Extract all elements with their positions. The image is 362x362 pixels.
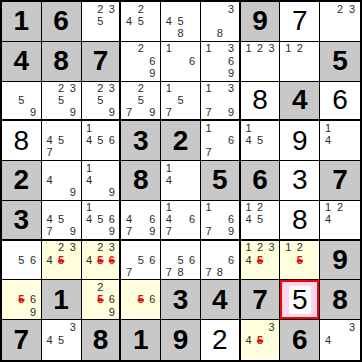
candidate-4: 4 — [123, 214, 135, 226]
candidate-4: 4 — [44, 174, 56, 186]
cell-r1c6[interactable]: 38 — [201, 2, 241, 42]
cell-r6c7[interactable]: 1245 — [241, 201, 281, 241]
candidate-9: 9 — [106, 226, 117, 238]
cell-r6c2[interactable]: 4579 — [42, 201, 82, 241]
candidate-8: 8 — [214, 266, 225, 278]
candidate-empty — [225, 28, 236, 40]
candidate-empty — [84, 306, 95, 318]
candidate-empty — [322, 147, 334, 159]
cell-r9c8[interactable]: 6 — [280, 320, 320, 360]
given-digit: 1 — [53, 286, 69, 314]
candidate-empty — [67, 147, 79, 159]
cell-r9c7[interactable]: 345 — [241, 320, 281, 360]
candidate-empty — [203, 214, 214, 226]
candidate-5: 5 — [254, 254, 266, 266]
cell-r6c5[interactable]: 1467 — [161, 201, 201, 241]
candidate-1: 1 — [243, 202, 255, 214]
candidate-1: 1 — [203, 43, 214, 55]
candidate-6: 6 — [27, 254, 39, 266]
candidate-empty — [334, 321, 346, 334]
candidate-empty — [135, 106, 147, 118]
candidate-4: 4 — [84, 214, 95, 226]
candidate-empty — [175, 67, 187, 79]
candidate-5: 5 — [16, 94, 28, 106]
candidate-empty — [334, 334, 346, 347]
candidate-empty — [254, 67, 266, 79]
cell-r2c5[interactable]: 16 — [161, 42, 201, 82]
cell-r5c9[interactable]: 7 — [320, 161, 360, 201]
candidate-2: 2 — [334, 3, 346, 15]
candidate-empty — [147, 242, 159, 254]
cell-r3c8[interactable]: 4 — [280, 82, 320, 122]
cell-r9c3[interactable]: 8 — [82, 320, 122, 360]
candidate-9: 9 — [225, 106, 236, 118]
given-digit: 8 — [93, 326, 109, 354]
candidate-empty — [123, 94, 135, 106]
pencil-marks: 38 — [201, 2, 239, 41]
pencil-marks: 1379 — [201, 82, 239, 120]
candidate-empty — [175, 106, 187, 118]
cell-r3c2[interactable]: 2359 — [42, 82, 82, 122]
candidate-empty — [27, 266, 39, 278]
cell-r8c6[interactable]: 4 — [201, 280, 241, 320]
solved-digit: 5 — [289, 286, 311, 314]
candidate-5: 5 — [95, 94, 106, 106]
pencil-marks: 245 — [121, 2, 160, 41]
candidate-empty — [84, 106, 95, 118]
cell-r4c4[interactable]: 3 — [121, 121, 161, 161]
given-digit: 5 — [212, 166, 228, 194]
cell-r4c5[interactable]: 2 — [161, 121, 201, 161]
candidate-1: 1 — [282, 242, 294, 254]
candidate-1: 1 — [282, 43, 294, 55]
cell-r7c7[interactable]: 12345 — [241, 241, 281, 281]
cell-r8c2[interactable]: 1 — [42, 280, 82, 320]
candidate-5: 5 — [95, 254, 106, 266]
candidate-5: 5 — [254, 135, 266, 147]
pencil-marks: 16 — [161, 42, 200, 81]
candidate-9: 9 — [147, 67, 159, 79]
cell-r3c5[interactable]: 157 — [161, 82, 201, 122]
candidate-5: 5 — [135, 94, 147, 106]
candidate-empty — [123, 306, 135, 318]
cell-r4c6[interactable]: 167 — [201, 121, 241, 161]
candidate-empty — [214, 226, 225, 238]
candidate-empty — [175, 55, 187, 67]
candidate-empty — [44, 266, 56, 278]
candidate-empty — [135, 281, 147, 293]
candidate-2: 2 — [254, 242, 266, 254]
candidate-empty — [55, 147, 67, 159]
candidate-empty — [67, 162, 79, 174]
candidate-empty — [175, 43, 187, 55]
candidate-empty — [203, 28, 214, 40]
candidate-6: 6 — [186, 254, 198, 266]
candidate-6: 6 — [106, 135, 117, 147]
cell-r3c4[interactable]: 2579 — [121, 82, 161, 122]
given-digit: 5 — [332, 47, 348, 75]
candidate-empty — [214, 55, 225, 67]
pencil-marks: 235 — [82, 2, 120, 41]
candidate-empty — [95, 28, 106, 40]
given-digit: 8 — [133, 166, 149, 194]
cell-r3c7[interactable]: 8 — [241, 82, 281, 122]
candidate-2: 2 — [95, 3, 106, 15]
candidate-empty — [346, 202, 358, 214]
cell-r4c9[interactable]: 14 — [320, 121, 360, 161]
candidate-empty — [123, 202, 135, 214]
candidate-2: 2 — [135, 83, 147, 95]
candidate-empty — [95, 266, 106, 278]
candidate-empty — [44, 162, 56, 174]
pencil-marks: 2569 — [82, 280, 120, 319]
cell-r6c9[interactable]: 124 — [320, 201, 360, 241]
cell-r7c2[interactable]: 2345 — [42, 241, 82, 281]
candidate-empty — [203, 55, 214, 67]
pencil-marks: 345 — [42, 320, 81, 360]
candidate-empty — [84, 281, 95, 293]
pencil-marks: 125 — [280, 241, 319, 280]
candidate-5: 5 — [135, 15, 147, 27]
candidate-4: 4 — [243, 214, 255, 226]
cell-r3c6[interactable]: 1379 — [201, 82, 241, 122]
pencil-marks: 23456 — [82, 241, 120, 280]
candidate-9: 9 — [225, 67, 236, 79]
given-digit: 8 — [53, 47, 69, 75]
cell-r2c7[interactable]: 123 — [241, 42, 281, 82]
candidate-9: 9 — [67, 106, 79, 118]
candidate-empty — [243, 226, 255, 238]
given-digit: 2 — [14, 166, 30, 194]
candidate-3: 3 — [67, 242, 79, 254]
candidate-5: 5 — [175, 254, 187, 266]
cell-r5c1[interactable]: 2 — [2, 161, 42, 201]
candidate-5: 5 — [95, 294, 106, 306]
candidate-1: 1 — [203, 83, 214, 95]
cell-r3c3[interactable]: 2359 — [82, 82, 122, 122]
cell-r3c9[interactable]: 6 — [320, 82, 360, 122]
cell-r6c3[interactable]: 14569 — [82, 201, 122, 241]
cell-r9c9[interactable]: 34 — [320, 320, 360, 360]
candidate-6: 6 — [147, 55, 159, 67]
cell-r4c1[interactable]: 8 — [2, 121, 42, 161]
candidate-empty — [106, 28, 117, 40]
candidate-4: 4 — [322, 135, 334, 147]
candidate-5: 5 — [55, 214, 67, 226]
candidate-empty — [55, 162, 67, 174]
cell-r7c8[interactable]: 125 — [280, 241, 320, 281]
candidate-empty — [186, 28, 198, 40]
candidate-empty — [16, 281, 28, 293]
candidate-empty — [186, 83, 198, 95]
candidate-4: 4 — [84, 174, 95, 186]
candidate-empty — [135, 242, 147, 254]
candidate-empty — [135, 202, 147, 214]
candidate-empty — [282, 67, 294, 79]
cell-r7c6[interactable]: 678 — [201, 241, 241, 281]
cell-r1c9[interactable]: 23 — [320, 2, 360, 42]
candidate-empty — [123, 242, 135, 254]
candidate-empty — [243, 321, 255, 334]
candidate-empty — [266, 122, 278, 134]
cell-r9c2[interactable]: 345 — [42, 320, 82, 360]
candidate-5: 5 — [254, 334, 266, 347]
pencil-marks: 23 — [320, 2, 360, 41]
cell-r1c3[interactable]: 235 — [82, 2, 122, 42]
cell-r2c3[interactable]: 7 — [82, 42, 122, 82]
candidate-empty — [147, 266, 159, 278]
solved-digit: 6 — [332, 86, 348, 114]
candidate-3: 3 — [225, 83, 236, 95]
cell-r5c7[interactable]: 6 — [241, 161, 281, 201]
candidate-5: 5 — [95, 135, 106, 147]
candidate-empty — [44, 346, 56, 359]
candidate-empty — [95, 106, 106, 118]
cell-r6c6[interactable]: 1679 — [201, 201, 241, 241]
candidate-empty — [44, 321, 56, 334]
cell-r6c1[interactable]: 3 — [2, 201, 42, 241]
cell-r7c4[interactable]: 567 — [121, 241, 161, 281]
candidate-empty — [203, 254, 214, 266]
cell-r4c8[interactable]: 9 — [280, 121, 320, 161]
cell-r5c2[interactable]: 49 — [42, 161, 82, 201]
candidate-5: 5 — [135, 294, 147, 306]
cell-r5c4[interactable]: 8 — [121, 161, 161, 201]
candidate-empty — [123, 43, 135, 55]
solved-digit: 8 — [14, 127, 30, 155]
cell-r7c1[interactable]: 56 — [2, 241, 42, 281]
candidate-empty — [55, 174, 67, 186]
candidate-empty — [106, 15, 117, 27]
candidate-2: 2 — [55, 83, 67, 95]
candidate-9: 9 — [106, 306, 117, 318]
candidate-empty — [266, 266, 278, 278]
candidate-2: 2 — [95, 281, 106, 293]
candidate-empty — [266, 135, 278, 147]
candidate-empty — [147, 202, 159, 214]
cell-r1c8[interactable]: 7 — [280, 2, 320, 42]
candidate-5: 5 — [55, 334, 67, 347]
cell-r9c1[interactable]: 7 — [2, 320, 42, 360]
pencil-marks: 123 — [241, 42, 280, 81]
candidate-empty — [4, 266, 16, 278]
cell-r9c6[interactable]: 2 — [201, 320, 241, 360]
given-digit: 4 — [292, 86, 308, 114]
candidate-empty — [16, 242, 28, 254]
cell-r5c6[interactable]: 5 — [201, 161, 241, 201]
candidate-7: 7 — [123, 226, 135, 238]
candidate-6: 6 — [106, 294, 117, 306]
candidate-empty — [186, 174, 198, 186]
pencil-marks: 12345 — [241, 241, 280, 280]
candidate-empty — [16, 83, 28, 95]
cell-r5c8[interactable]: 3 — [280, 161, 320, 201]
candidate-empty — [214, 67, 225, 79]
candidate-empty — [214, 135, 225, 147]
pencil-marks: 59 — [2, 82, 41, 120]
cell-r1c7[interactable]: 9 — [241, 2, 281, 42]
cell-r5c3[interactable]: 149 — [82, 161, 122, 201]
pencil-marks: 2345 — [42, 241, 81, 280]
candidate-empty — [95, 147, 106, 159]
candidate-3: 3 — [225, 3, 236, 15]
candidate-empty — [214, 242, 225, 254]
candidate-empty — [186, 266, 198, 278]
candidate-2: 2 — [294, 242, 306, 254]
candidate-empty — [334, 28, 346, 40]
pencil-marks: 34 — [320, 320, 360, 360]
cell-r4c2[interactable]: 457 — [42, 121, 82, 161]
candidate-1: 1 — [243, 122, 255, 134]
candidate-empty — [334, 346, 346, 359]
cell-r8c1[interactable]: 569 — [2, 280, 42, 320]
candidate-5: 5 — [254, 214, 266, 226]
candidate-empty — [175, 226, 187, 238]
candidate-empty — [282, 254, 294, 266]
cell-r2c2[interactable]: 8 — [42, 42, 82, 82]
candidate-empty — [123, 294, 135, 306]
cell-r1c5[interactable]: 458 — [161, 2, 201, 42]
candidate-empty — [175, 83, 187, 95]
given-digit: 4 — [14, 47, 30, 75]
candidate-empty — [106, 147, 117, 159]
candidate-1: 1 — [203, 202, 214, 214]
candidate-6: 6 — [106, 214, 117, 226]
candidate-9: 9 — [147, 106, 159, 118]
candidate-6: 6 — [186, 214, 198, 226]
candidate-4: 4 — [163, 214, 175, 226]
candidate-empty — [254, 122, 266, 134]
pencil-marks: 5678 — [161, 241, 200, 280]
candidate-empty — [16, 266, 28, 278]
candidate-empty — [163, 55, 175, 67]
candidate-empty — [254, 226, 266, 238]
candidate-empty — [186, 226, 198, 238]
candidate-empty — [4, 294, 16, 306]
candidate-empty — [346, 15, 358, 27]
pencil-marks: 1369 — [201, 42, 239, 81]
given-digit: 2 — [173, 127, 189, 155]
candidate-empty — [84, 28, 95, 40]
candidate-empty — [334, 226, 346, 238]
candidate-6: 6 — [106, 254, 117, 266]
cell-r8c3[interactable]: 2569 — [82, 280, 122, 320]
cell-r5c5[interactable]: 14 — [161, 161, 201, 201]
candidate-3: 3 — [106, 3, 117, 15]
candidate-empty — [106, 122, 117, 134]
cell-r9c4[interactable]: 1 — [121, 320, 161, 360]
cell-r7c3[interactable]: 23456 — [82, 241, 122, 281]
cell-r8c5[interactable]: 3 — [161, 280, 201, 320]
candidate-empty — [322, 28, 334, 40]
candidate-6: 6 — [147, 254, 159, 266]
candidate-empty — [266, 147, 278, 159]
candidate-empty — [27, 242, 39, 254]
candidate-empty — [175, 202, 187, 214]
solved-digit: 7 — [292, 7, 308, 35]
candidate-1: 1 — [84, 202, 95, 214]
candidate-empty — [55, 106, 67, 118]
candidate-empty — [243, 147, 255, 159]
candidate-4: 4 — [163, 15, 175, 27]
cell-r8c4[interactable]: 56 — [121, 280, 161, 320]
candidate-empty — [27, 94, 39, 106]
given-digit: 3 — [133, 127, 149, 155]
given-digit: 9 — [332, 246, 348, 274]
pencil-marks: 49 — [42, 161, 81, 200]
candidate-empty — [294, 67, 306, 79]
candidate-empty — [175, 3, 187, 15]
candidate-empty — [254, 266, 266, 278]
candidate-empty — [186, 67, 198, 79]
candidate-empty — [186, 94, 198, 106]
candidate-empty — [135, 28, 147, 40]
candidate-empty — [44, 83, 56, 95]
cell-r1c2[interactable]: 6 — [42, 2, 82, 42]
candidate-empty — [135, 214, 147, 226]
candidate-empty — [55, 187, 67, 199]
candidate-empty — [322, 226, 334, 238]
candidate-6: 6 — [186, 55, 198, 67]
given-digit: 3 — [173, 286, 189, 314]
candidate-empty — [84, 294, 95, 306]
candidate-7: 7 — [163, 106, 175, 118]
candidate-empty — [16, 306, 28, 318]
cell-r6c8[interactable]: 8 — [280, 201, 320, 241]
candidate-4: 4 — [84, 254, 95, 266]
cell-r4c3[interactable]: 1456 — [82, 121, 122, 161]
cell-r7c5[interactable]: 5678 — [161, 241, 201, 281]
candidate-empty — [95, 226, 106, 238]
cell-r8c8[interactable]: 5 — [280, 280, 320, 320]
cell-r1c4[interactable]: 245 — [121, 2, 161, 42]
cell-r2c9[interactable]: 5 — [320, 42, 360, 82]
cell-r2c8[interactable]: 12 — [280, 42, 320, 82]
cell-r9c5[interactable]: 9 — [161, 320, 201, 360]
cell-r3c1[interactable]: 59 — [2, 82, 42, 122]
cell-r6c4[interactable]: 4679 — [121, 201, 161, 241]
candidate-empty — [84, 187, 95, 199]
cell-r2c1[interactable]: 4 — [2, 42, 42, 82]
candidate-empty — [225, 266, 236, 278]
candidate-empty — [282, 55, 294, 67]
candidate-empty — [266, 346, 278, 359]
candidate-empty — [346, 122, 358, 134]
pencil-marks: 678 — [201, 241, 239, 280]
candidate-3: 3 — [346, 3, 358, 15]
cell-r1c1[interactable]: 1 — [2, 2, 42, 42]
cell-r2c4[interactable]: 269 — [121, 42, 161, 82]
candidate-empty — [203, 3, 214, 15]
candidate-1: 1 — [84, 162, 95, 174]
cell-r2c6[interactable]: 1369 — [201, 42, 241, 82]
candidate-4: 4 — [123, 15, 135, 27]
candidate-1: 1 — [243, 242, 255, 254]
candidate-4: 4 — [322, 334, 334, 347]
candidate-4: 4 — [84, 135, 95, 147]
candidate-empty — [4, 83, 16, 95]
cell-r8c9[interactable]: 8 — [320, 280, 360, 320]
candidate-6: 6 — [225, 135, 236, 147]
cell-r4c7[interactable]: 145 — [241, 121, 281, 161]
candidate-empty — [214, 43, 225, 55]
candidate-empty — [27, 281, 39, 293]
candidate-empty — [346, 214, 358, 226]
cell-r8c7[interactable]: 7 — [241, 280, 281, 320]
candidate-4: 4 — [44, 214, 56, 226]
cell-r7c9[interactable]: 9 — [320, 241, 360, 281]
candidate-empty — [266, 226, 278, 238]
